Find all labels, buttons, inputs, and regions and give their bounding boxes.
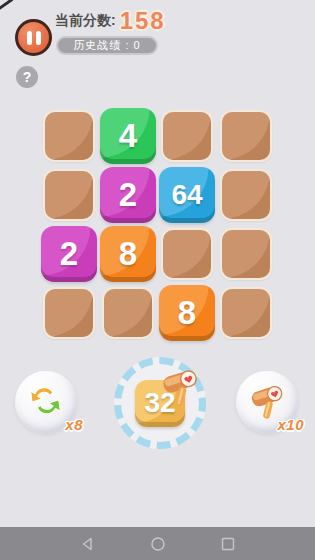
tile-8[interactable]: 8 xyxy=(100,226,156,282)
help-button[interactable]: ? xyxy=(16,66,38,88)
next-tile-badge[interactable]: 32 xyxy=(114,357,206,449)
board-cell[interactable] xyxy=(43,169,95,221)
board-cell[interactable] xyxy=(43,287,95,339)
tile-8[interactable]: 8 xyxy=(159,285,215,341)
hammer-powerup-button[interactable]: x10 xyxy=(236,371,298,433)
board-cell[interactable] xyxy=(220,228,272,280)
score-row: 当前分数: 158 xyxy=(55,9,166,33)
score-label: 当前分数: xyxy=(55,12,116,30)
pause-button[interactable] xyxy=(15,19,52,56)
hammer-count-label: x10 xyxy=(277,416,304,433)
board-cell[interactable] xyxy=(220,110,272,162)
history-badge: 历史战绩 : 0 xyxy=(56,36,158,55)
game-board[interactable]: 4264288 xyxy=(43,110,272,339)
board-cell[interactable] xyxy=(220,287,272,339)
hammer-icon xyxy=(158,366,202,410)
tile-2[interactable]: 2 xyxy=(41,226,97,282)
swap-powerup-button[interactable]: x8 xyxy=(15,371,77,433)
score-value: 158 xyxy=(120,9,166,33)
history-label: 历史战绩 : 0 xyxy=(73,38,140,53)
next-tile[interactable]: 32 xyxy=(135,380,185,427)
board-cell[interactable] xyxy=(161,110,213,162)
board-cell[interactable]: 8 xyxy=(161,287,213,339)
tile-64[interactable]: 64 xyxy=(159,167,215,223)
board-cell[interactable] xyxy=(220,169,272,221)
board-cell[interactable]: 2 xyxy=(43,228,95,280)
back-icon[interactable] xyxy=(80,536,96,552)
board-cell[interactable]: 64 xyxy=(161,169,213,221)
home-icon[interactable] xyxy=(150,536,166,552)
recents-icon[interactable] xyxy=(220,536,236,552)
tile-4[interactable]: 4 xyxy=(100,108,156,164)
tile-2[interactable]: 2 xyxy=(100,167,156,223)
swap-arrows-icon xyxy=(25,381,67,423)
pause-icon xyxy=(36,31,41,45)
board-cell[interactable] xyxy=(102,287,154,339)
pause-icon xyxy=(27,31,32,45)
board-cell[interactable] xyxy=(161,228,213,280)
swap-count-label: x8 xyxy=(65,416,83,433)
board-cell[interactable]: 4 xyxy=(102,110,154,162)
android-nav-bar xyxy=(0,527,315,560)
board-cell[interactable]: 8 xyxy=(102,228,154,280)
board-cell[interactable]: 2 xyxy=(102,169,154,221)
screen-corner-artifact xyxy=(0,0,13,11)
question-mark-icon: ? xyxy=(23,69,32,85)
board-cell[interactable] xyxy=(43,110,95,162)
